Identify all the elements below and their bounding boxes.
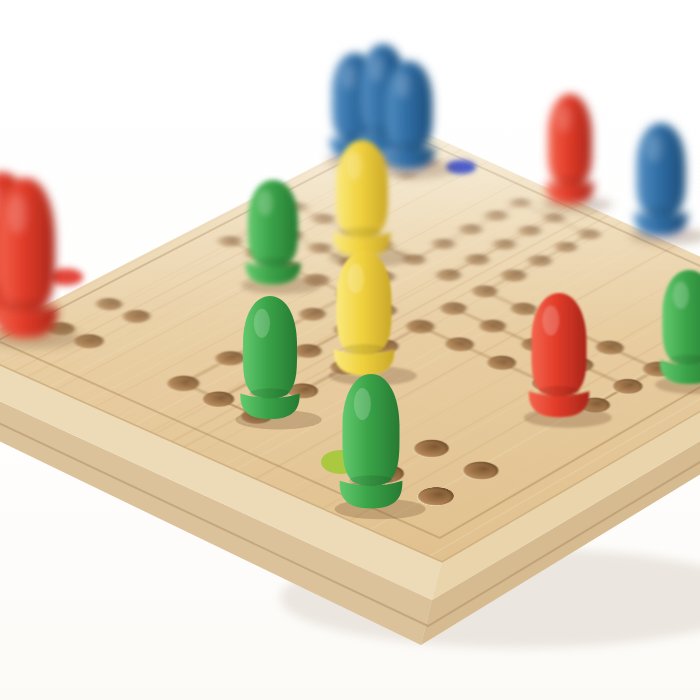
pieces-layer (0, 0, 700, 700)
board-game-photo (0, 0, 700, 700)
peg-green-4[interactable] (335, 374, 426, 519)
